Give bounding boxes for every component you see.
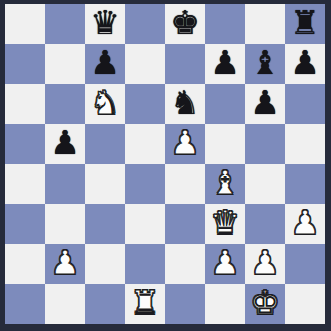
square-b8[interactable] xyxy=(45,4,85,44)
square-b4[interactable] xyxy=(45,164,85,204)
piece-black-rook-h8[interactable]: ♜ xyxy=(290,4,320,43)
square-h6[interactable] xyxy=(285,84,325,124)
square-a6[interactable] xyxy=(5,84,45,124)
square-a4[interactable] xyxy=(5,164,45,204)
square-d6[interactable] xyxy=(125,84,165,124)
square-e7[interactable] xyxy=(165,44,205,84)
square-d8[interactable] xyxy=(125,4,165,44)
square-f5[interactable] xyxy=(205,124,245,164)
square-h3[interactable]: ♟ xyxy=(285,204,325,244)
square-f3[interactable]: ♛ xyxy=(205,204,245,244)
square-c4[interactable] xyxy=(85,164,125,204)
square-f6[interactable] xyxy=(205,84,245,124)
chess-board: ♛♚♜♟♟♝♟♞♞♟♟♟♝♛♟♟♟♟♜♚ xyxy=(5,4,325,324)
piece-black-pawn-g6[interactable]: ♟ xyxy=(250,84,280,123)
piece-black-pawn-b5[interactable]: ♟ xyxy=(50,124,80,163)
square-f8[interactable] xyxy=(205,4,245,44)
square-c8[interactable]: ♛ xyxy=(85,4,125,44)
square-a5[interactable] xyxy=(5,124,45,164)
square-b6[interactable] xyxy=(45,84,85,124)
square-a2[interactable] xyxy=(5,244,45,284)
square-e8[interactable]: ♚ xyxy=(165,4,205,44)
square-c2[interactable] xyxy=(85,244,125,284)
square-d3[interactable] xyxy=(125,204,165,244)
piece-white-rook-d1[interactable]: ♜ xyxy=(130,284,160,323)
piece-black-pawn-f7[interactable]: ♟ xyxy=(210,44,240,83)
square-c6[interactable]: ♞ xyxy=(85,84,125,124)
square-c1[interactable] xyxy=(85,284,125,324)
piece-black-queen-c8[interactable]: ♛ xyxy=(90,4,120,43)
square-d4[interactable] xyxy=(125,164,165,204)
piece-white-pawn-f2[interactable]: ♟ xyxy=(210,244,240,283)
piece-white-king-g1[interactable]: ♚ xyxy=(250,284,280,323)
piece-black-knight-e6[interactable]: ♞ xyxy=(170,84,200,123)
square-h8[interactable]: ♜ xyxy=(285,4,325,44)
piece-white-bishop-f4[interactable]: ♝ xyxy=(210,164,240,203)
square-g7[interactable]: ♝ xyxy=(245,44,285,84)
square-a7[interactable] xyxy=(5,44,45,84)
piece-white-pawn-b2[interactable]: ♟ xyxy=(50,244,80,283)
square-e3[interactable] xyxy=(165,204,205,244)
square-h5[interactable] xyxy=(285,124,325,164)
piece-black-king-e8[interactable]: ♚ xyxy=(170,4,200,43)
square-a1[interactable] xyxy=(5,284,45,324)
square-c7[interactable]: ♟ xyxy=(85,44,125,84)
piece-white-pawn-g2[interactable]: ♟ xyxy=(250,244,280,283)
square-b7[interactable] xyxy=(45,44,85,84)
square-g3[interactable] xyxy=(245,204,285,244)
piece-white-pawn-h3[interactable]: ♟ xyxy=(290,204,320,243)
square-e5[interactable]: ♟ xyxy=(165,124,205,164)
square-g5[interactable] xyxy=(245,124,285,164)
piece-white-queen-f3[interactable]: ♛ xyxy=(210,204,240,243)
square-h4[interactable] xyxy=(285,164,325,204)
square-g8[interactable] xyxy=(245,4,285,44)
square-a8[interactable] xyxy=(5,4,45,44)
square-a3[interactable] xyxy=(5,204,45,244)
piece-white-pawn-e5[interactable]: ♟ xyxy=(170,124,200,163)
square-d2[interactable] xyxy=(125,244,165,284)
square-f1[interactable] xyxy=(205,284,245,324)
board-frame: ♛♚♜♟♟♝♟♞♞♟♟♟♝♛♟♟♟♟♜♚ xyxy=(0,0,331,331)
piece-white-knight-c6[interactable]: ♞ xyxy=(90,84,120,123)
square-f4[interactable]: ♝ xyxy=(205,164,245,204)
square-g1[interactable]: ♚ xyxy=(245,284,285,324)
square-b5[interactable]: ♟ xyxy=(45,124,85,164)
square-b1[interactable] xyxy=(45,284,85,324)
square-b3[interactable] xyxy=(45,204,85,244)
square-e6[interactable]: ♞ xyxy=(165,84,205,124)
square-d7[interactable] xyxy=(125,44,165,84)
square-g6[interactable]: ♟ xyxy=(245,84,285,124)
piece-black-bishop-g7[interactable]: ♝ xyxy=(250,44,280,83)
square-e2[interactable] xyxy=(165,244,205,284)
piece-black-pawn-c7[interactable]: ♟ xyxy=(90,44,120,83)
square-h1[interactable] xyxy=(285,284,325,324)
square-f2[interactable]: ♟ xyxy=(205,244,245,284)
piece-black-pawn-h7[interactable]: ♟ xyxy=(290,44,320,83)
square-b2[interactable]: ♟ xyxy=(45,244,85,284)
square-d1[interactable]: ♜ xyxy=(125,284,165,324)
square-g4[interactable] xyxy=(245,164,285,204)
square-e4[interactable] xyxy=(165,164,205,204)
square-h7[interactable]: ♟ xyxy=(285,44,325,84)
square-f7[interactable]: ♟ xyxy=(205,44,245,84)
square-e1[interactable] xyxy=(165,284,205,324)
square-h2[interactable] xyxy=(285,244,325,284)
square-d5[interactable] xyxy=(125,124,165,164)
square-c5[interactable] xyxy=(85,124,125,164)
square-c3[interactable] xyxy=(85,204,125,244)
square-g2[interactable]: ♟ xyxy=(245,244,285,284)
